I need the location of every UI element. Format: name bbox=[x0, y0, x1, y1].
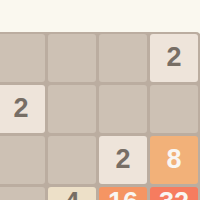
cell-r2c4 bbox=[150, 85, 198, 133]
tile-16-r4c3: 16 bbox=[99, 187, 147, 200]
cell-r1c1 bbox=[0, 34, 45, 82]
cell-r3c1 bbox=[0, 136, 45, 184]
cell-r3c2 bbox=[48, 136, 96, 184]
tile-2-r2c1: 2 bbox=[0, 85, 45, 133]
tile-number: 4 bbox=[64, 187, 79, 200]
tile-number: 8 bbox=[166, 144, 181, 175]
cell-r1c2 bbox=[48, 34, 96, 82]
tile-2-r3c3: 2 bbox=[99, 136, 147, 184]
tile-number: 16 bbox=[108, 187, 138, 200]
cell-r4c1 bbox=[0, 187, 45, 200]
tile-8-r3c4: 8 bbox=[150, 136, 198, 184]
tile-2-r1c4: 2 bbox=[150, 34, 198, 82]
tile-number: 2 bbox=[166, 42, 181, 73]
board-2048: 2 2 2 8 4 16 32 bbox=[0, 32, 200, 200]
tile-number: 2 bbox=[13, 93, 28, 124]
game-screen: 2 2 2 8 4 16 32 bbox=[0, 0, 200, 200]
tile-32-r4c4: 32 bbox=[150, 187, 198, 200]
cell-r2c3 bbox=[99, 85, 147, 133]
tile-number: 32 bbox=[159, 187, 189, 200]
tile-number: 2 bbox=[115, 144, 130, 175]
cell-r1c3 bbox=[99, 34, 147, 82]
tile-4-r4c2: 4 bbox=[48, 187, 96, 200]
cell-r2c2 bbox=[48, 85, 96, 133]
